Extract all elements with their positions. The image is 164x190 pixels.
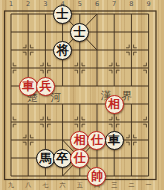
piece-red-advisor[interactable]: 仕 [70, 149, 89, 168]
piece-red-general[interactable]: 帥 [87, 167, 106, 186]
pieces-layer: 士士将車兵相相仕車馬卒仕帥 [2, 5, 157, 185]
piece-black-horse[interactable]: 馬 [36, 149, 55, 168]
xiangqi-board: 123456789 九八七六五四三二一 楚河 漢界 士士将車兵相相仕車馬卒仕帥 [0, 0, 164, 190]
piece-black-advisor[interactable]: 士 [70, 23, 89, 42]
piece-red-elephant[interactable]: 相 [70, 131, 89, 150]
piece-red-rook[interactable]: 車 [19, 77, 38, 96]
piece-black-general[interactable]: 将 [53, 41, 72, 60]
piece-black-pawn[interactable]: 卒 [53, 149, 72, 168]
piece-red-elephant[interactable]: 相 [105, 95, 124, 114]
piece-red-pawn[interactable]: 兵 [36, 77, 55, 96]
piece-black-advisor[interactable]: 士 [53, 5, 72, 24]
piece-black-rook[interactable]: 車 [105, 131, 124, 150]
piece-red-advisor[interactable]: 仕 [87, 131, 106, 150]
